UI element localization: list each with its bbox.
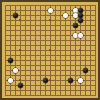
white-stone[interactable] — [48, 8, 53, 13]
white-stone[interactable] — [73, 13, 78, 18]
black-stone[interactable] — [13, 13, 18, 18]
star-point — [19, 49, 21, 51]
white-stone[interactable] — [78, 33, 83, 38]
black-stone[interactable] — [18, 83, 23, 88]
star-point — [49, 49, 51, 51]
white-stone[interactable] — [78, 78, 83, 83]
star-point — [49, 79, 51, 81]
white-stone[interactable] — [73, 33, 78, 38]
go-board[interactable] — [0, 0, 100, 100]
white-stone[interactable] — [13, 68, 18, 73]
black-stone[interactable] — [78, 13, 83, 18]
black-stone[interactable] — [73, 23, 78, 28]
star-point — [19, 19, 21, 21]
black-stone[interactable] — [43, 78, 48, 83]
black-stone[interactable] — [78, 18, 83, 23]
white-stone[interactable] — [73, 8, 78, 13]
black-stone[interactable] — [68, 78, 73, 83]
black-stone[interactable] — [78, 8, 83, 13]
white-stone[interactable] — [63, 13, 68, 18]
black-stone[interactable] — [8, 58, 13, 63]
white-stone[interactable] — [8, 78, 13, 83]
black-stone[interactable] — [83, 68, 88, 73]
star-point — [19, 79, 21, 81]
star-point — [49, 19, 51, 21]
star-point — [79, 49, 81, 51]
